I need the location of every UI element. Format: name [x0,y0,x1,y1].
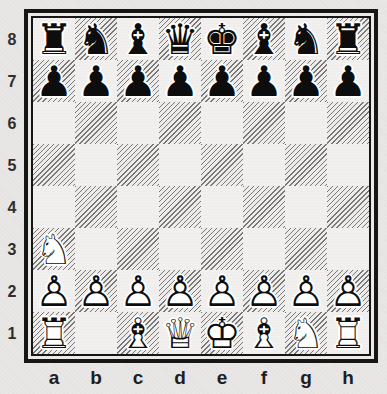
square-d3[interactable] [159,228,201,270]
piece-black-pawn: ♟♟ [75,60,117,102]
file-label-a: a [33,364,75,392]
rank-label-2: 2 [0,271,24,313]
square-a1[interactable]: ♜♖ [33,312,75,354]
piece-white-pawn: ♟♙ [159,270,201,312]
square-h1[interactable]: ♜♖ [327,312,369,354]
piece-white-bishop: ♝♗ [243,312,285,354]
piece-white-king: ♚♔ [201,312,243,354]
square-a7[interactable]: ♟♟ [33,60,75,102]
piece-glyph: ♗ [243,312,285,354]
piece-black-pawn: ♟♟ [327,60,369,102]
square-h3[interactable] [327,228,369,270]
piece-white-pawn: ♟♙ [285,270,327,312]
piece-black-knight: ♞♞ [75,18,117,60]
square-c3[interactable] [117,228,159,270]
rank-label-1: 1 [0,313,24,355]
square-h5[interactable] [327,144,369,186]
square-e3[interactable] [201,228,243,270]
square-b7[interactable]: ♟♟ [75,60,117,102]
piece-black-rook: ♜♜ [327,18,369,60]
square-f3[interactable] [243,228,285,270]
piece-white-queen: ♛♕ [159,312,201,354]
piece-glyph: ♙ [75,270,117,312]
piece-white-pawn: ♟♙ [33,270,75,312]
square-f2[interactable]: ♟♙ [243,270,285,312]
square-f1[interactable]: ♝♗ [243,312,285,354]
board-inner-border: ♜♜♞♞♝♝♛♛♚♚♝♝♞♞♜♜♟♟♟♟♟♟♟♟♟♟♟♟♟♟♟♟♞♘♟♙♟♙♟♙… [31,16,371,356]
piece-glyph: ♞ [285,18,327,60]
square-e8[interactable]: ♚♚ [201,18,243,60]
piece-white-bishop: ♝♗ [117,312,159,354]
square-c2[interactable]: ♟♙ [117,270,159,312]
piece-glyph: ♗ [117,312,159,354]
piece-glyph: ♟ [33,60,75,102]
piece-white-pawn: ♟♙ [327,270,369,312]
file-label-h: h [327,364,369,392]
square-e7[interactable]: ♟♟ [201,60,243,102]
square-g3[interactable] [285,228,327,270]
square-g8[interactable]: ♞♞ [285,18,327,60]
piece-glyph: ♘ [285,312,327,354]
piece-glyph: ♟ [285,60,327,102]
square-b5[interactable] [75,144,117,186]
square-d4[interactable] [159,186,201,228]
piece-glyph: ♟ [201,60,243,102]
piece-glyph: ♘ [33,228,75,270]
file-label-g: g [285,364,327,392]
square-d5[interactable] [159,144,201,186]
square-g2[interactable]: ♟♙ [285,270,327,312]
file-labels: abcdefgh [33,364,369,392]
square-a2[interactable]: ♟♙ [33,270,75,312]
square-f7[interactable]: ♟♟ [243,60,285,102]
piece-white-pawn: ♟♙ [75,270,117,312]
piece-glyph: ♟ [117,60,159,102]
rank-label-7: 7 [0,61,24,103]
square-b3[interactable] [75,228,117,270]
square-b1[interactable] [75,312,117,354]
chess-board: ♜♜♞♞♝♝♛♛♚♚♝♝♞♞♜♜♟♟♟♟♟♟♟♟♟♟♟♟♟♟♟♟♞♘♟♙♟♙♟♙… [33,18,369,354]
piece-glyph: ♟ [243,60,285,102]
square-d7[interactable]: ♟♟ [159,60,201,102]
square-h4[interactable] [327,186,369,228]
square-g1[interactable]: ♞♘ [285,312,327,354]
piece-black-pawn: ♟♟ [159,60,201,102]
piece-glyph: ♟ [159,60,201,102]
piece-black-pawn: ♟♟ [33,60,75,102]
piece-glyph: ♙ [243,270,285,312]
square-h7[interactable]: ♟♟ [327,60,369,102]
square-b4[interactable] [75,186,117,228]
piece-glyph: ♖ [327,312,369,354]
piece-glyph: ♙ [285,270,327,312]
file-label-f: f [243,364,285,392]
file-label-b: b [75,364,117,392]
square-c5[interactable] [117,144,159,186]
square-d8[interactable]: ♛♛ [159,18,201,60]
piece-glyph: ♞ [75,18,117,60]
square-e2[interactable]: ♟♙ [201,270,243,312]
rank-labels: 87654321 [0,19,24,355]
piece-glyph: ♛ [159,18,201,60]
square-h6[interactable] [327,102,369,144]
piece-white-knight: ♞♘ [33,228,75,270]
piece-black-rook: ♜♜ [33,18,75,60]
square-g7[interactable]: ♟♟ [285,60,327,102]
rank-label-3: 3 [0,229,24,271]
piece-white-pawn: ♟♙ [201,270,243,312]
piece-glyph: ♙ [201,270,243,312]
rank-label-6: 6 [0,103,24,145]
square-d1[interactable]: ♛♕ [159,312,201,354]
piece-black-pawn: ♟♟ [285,60,327,102]
square-c6[interactable] [117,102,159,144]
square-f5[interactable] [243,144,285,186]
piece-glyph: ♜ [327,18,369,60]
piece-black-pawn: ♟♟ [117,60,159,102]
piece-black-queen: ♛♛ [159,18,201,60]
square-a5[interactable] [33,144,75,186]
piece-white-pawn: ♟♙ [243,270,285,312]
piece-black-bishop: ♝♝ [117,18,159,60]
file-label-c: c [117,364,159,392]
chess-diagram: 87654321 ♜♜♞♞♝♝♛♛♚♚♝♝♞♞♜♜♟♟♟♟♟♟♟♟♟♟♟♟♟♟♟… [0,0,387,394]
rank-label-8: 8 [0,19,24,61]
piece-black-knight: ♞♞ [285,18,327,60]
square-f6[interactable] [243,102,285,144]
piece-glyph: ♝ [243,18,285,60]
piece-white-knight: ♞♘ [285,312,327,354]
square-f8[interactable]: ♝♝ [243,18,285,60]
piece-black-king: ♚♚ [201,18,243,60]
square-c4[interactable] [117,186,159,228]
piece-glyph: ♙ [159,270,201,312]
piece-glyph: ♜ [33,18,75,60]
piece-black-pawn: ♟♟ [201,60,243,102]
square-g6[interactable] [285,102,327,144]
piece-glyph: ♙ [117,270,159,312]
piece-glyph: ♙ [33,270,75,312]
square-a4[interactable] [33,186,75,228]
square-e1[interactable]: ♚♔ [201,312,243,354]
square-d6[interactable] [159,102,201,144]
piece-glyph: ♟ [75,60,117,102]
square-b2[interactable]: ♟♙ [75,270,117,312]
piece-glyph: ♖ [33,312,75,354]
square-c8[interactable]: ♝♝ [117,18,159,60]
piece-glyph: ♟ [327,60,369,102]
square-a8[interactable]: ♜♜ [33,18,75,60]
square-a3[interactable]: ♞♘ [33,228,75,270]
piece-white-rook: ♜♖ [327,312,369,354]
piece-white-pawn: ♟♙ [117,270,159,312]
piece-glyph: ♚ [201,18,243,60]
piece-white-rook: ♜♖ [33,312,75,354]
square-g4[interactable] [285,186,327,228]
square-c7[interactable]: ♟♟ [117,60,159,102]
square-b6[interactable] [75,102,117,144]
square-e4[interactable] [201,186,243,228]
rank-label-4: 4 [0,187,24,229]
square-b8[interactable]: ♞♞ [75,18,117,60]
piece-glyph: ♕ [159,312,201,354]
square-f4[interactable] [243,186,285,228]
square-h2[interactable]: ♟♙ [327,270,369,312]
square-d2[interactable]: ♟♙ [159,270,201,312]
piece-black-pawn: ♟♟ [243,60,285,102]
square-g5[interactable] [285,144,327,186]
file-label-e: e [201,364,243,392]
piece-glyph: ♙ [327,270,369,312]
square-a6[interactable] [33,102,75,144]
square-c1[interactable]: ♝♗ [117,312,159,354]
rank-label-5: 5 [0,145,24,187]
piece-glyph: ♝ [117,18,159,60]
piece-glyph: ♔ [201,312,243,354]
square-e5[interactable] [201,144,243,186]
file-label-d: d [159,364,201,392]
square-h8[interactable]: ♜♜ [327,18,369,60]
piece-black-bishop: ♝♝ [243,18,285,60]
board-border: ♜♜♞♞♝♝♛♛♚♚♝♝♞♞♜♜♟♟♟♟♟♟♟♟♟♟♟♟♟♟♟♟♞♘♟♙♟♙♟♙… [24,9,378,363]
square-e6[interactable] [201,102,243,144]
